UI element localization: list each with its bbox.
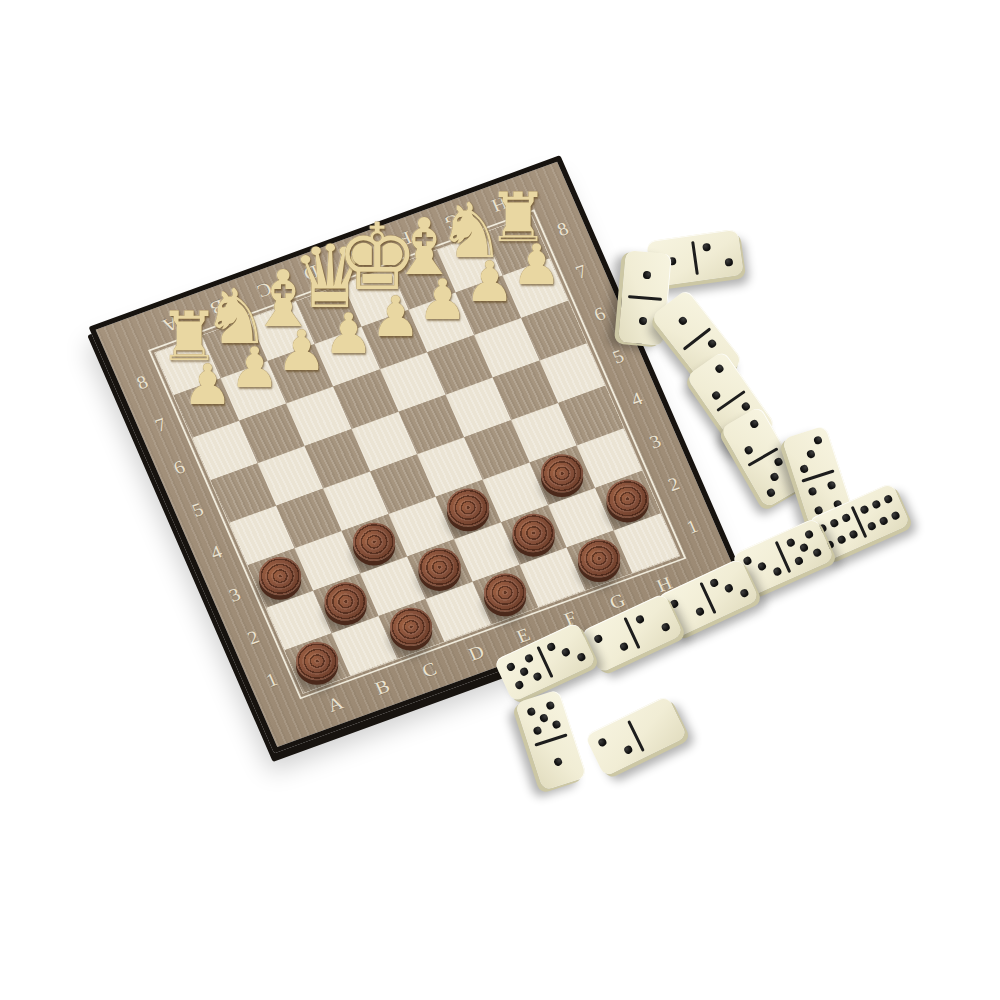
pip	[639, 317, 648, 326]
pip	[769, 471, 780, 482]
pip	[623, 745, 634, 756]
pip	[739, 588, 750, 599]
pieces-layer: ♜♞♝♛♚♝♞♜♟♟♟♟♟♟♟♟	[96, 162, 557, 330]
pip	[597, 737, 608, 748]
pip	[757, 561, 768, 572]
pip	[806, 449, 816, 459]
pip	[724, 583, 735, 594]
pip	[552, 720, 562, 730]
pawn-glyph: ♟	[464, 255, 514, 311]
pip	[785, 537, 796, 548]
pip	[677, 315, 688, 326]
pip	[708, 578, 719, 589]
pip	[619, 641, 630, 652]
pip	[807, 486, 817, 496]
pip	[743, 445, 754, 456]
pawn-glyph: ♟	[370, 289, 420, 345]
domino-divider	[683, 327, 712, 350]
pip	[505, 662, 516, 673]
pip	[871, 499, 882, 510]
pawn-glyph: ♟	[229, 340, 279, 396]
pip	[799, 542, 810, 553]
pip	[859, 504, 870, 515]
pip	[526, 707, 536, 717]
pip	[539, 713, 549, 723]
pip	[765, 487, 776, 498]
pip	[878, 516, 889, 527]
pip	[519, 666, 530, 677]
pip	[532, 671, 543, 682]
pip	[707, 338, 718, 349]
pip	[772, 566, 783, 577]
domino-divider	[534, 733, 567, 746]
domino-divider	[628, 295, 662, 301]
domino-divider	[691, 241, 699, 275]
pip	[711, 390, 722, 401]
pawn-glyph: ♟	[417, 272, 467, 328]
pip	[634, 614, 645, 625]
pip	[804, 529, 815, 540]
pip	[799, 463, 809, 473]
domino-5-1	[515, 689, 587, 791]
pip	[848, 529, 859, 540]
pip	[524, 653, 535, 664]
pip	[593, 633, 604, 644]
pip	[702, 243, 711, 252]
product-photo-scene: AABBCCDDEEFFGGHH1122334455667788 ♜♞♝♛♚♝♞…	[0, 0, 1000, 1000]
pip	[883, 494, 894, 505]
pip	[545, 642, 556, 653]
pip	[829, 518, 840, 529]
pip	[643, 271, 652, 280]
pip	[714, 363, 725, 374]
pip	[836, 534, 847, 545]
pip	[827, 480, 837, 490]
domino-2-0	[585, 695, 688, 777]
pawn-glyph: ♟	[182, 358, 232, 414]
pip	[561, 647, 572, 658]
pip	[841, 512, 852, 523]
pip	[545, 700, 555, 710]
pip	[749, 418, 760, 429]
pawn-glyph: ♟	[276, 323, 326, 379]
pip	[514, 680, 525, 691]
domino-divider	[716, 390, 746, 412]
pip	[532, 726, 542, 736]
pip	[553, 757, 563, 767]
pip	[794, 556, 805, 567]
pip	[813, 435, 823, 445]
pip	[812, 547, 823, 558]
pip	[890, 511, 901, 522]
pip	[661, 622, 672, 633]
pip	[725, 258, 734, 267]
pip	[773, 456, 784, 467]
pip	[867, 521, 878, 532]
pawn-glyph: ♟	[511, 238, 561, 294]
pawn-glyph: ♟	[323, 306, 373, 362]
pip	[576, 652, 587, 663]
pip	[695, 606, 706, 617]
